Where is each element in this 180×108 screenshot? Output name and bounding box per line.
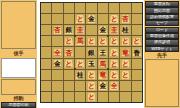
gote-label: 後手: [0, 50, 37, 56]
board-cell[interactable]: と: [86, 81, 96, 91]
board-cell[interactable]: [98, 14, 108, 24]
board-cell[interactable]: と: [132, 36, 142, 46]
board-cell[interactable]: [41, 25, 51, 35]
shogi-piece-と: と: [87, 92, 97, 102]
shogi-piece-金: 金: [87, 14, 97, 24]
board-cell[interactable]: [98, 92, 108, 102]
board-cell[interactable]: [132, 25, 142, 35]
board-cell[interactable]: [98, 3, 108, 13]
board-cell[interactable]: [86, 25, 96, 35]
board-cell[interactable]: と: [64, 36, 74, 46]
hoshi-dot: [74, 68, 76, 70]
shogi-piece-金: 金: [98, 81, 108, 91]
board-cell[interactable]: 金: [98, 81, 108, 91]
board-cell[interactable]: [132, 81, 142, 91]
shogi-piece-と: と: [109, 37, 119, 47]
board-cell[interactable]: 杏: [120, 14, 130, 24]
shogi-piece-全: 全: [53, 48, 63, 58]
board-cell[interactable]: [75, 81, 85, 91]
board-cell[interactable]: [41, 14, 51, 24]
shogi-piece-と: と: [109, 14, 119, 24]
board-cell[interactable]: [132, 14, 142, 24]
shogi-piece-銀: 銀: [64, 25, 74, 35]
board-cell[interactable]: と: [120, 36, 130, 46]
board-cell[interactable]: と: [120, 70, 130, 80]
board-cell[interactable]: [52, 36, 62, 46]
gote-hand-box[interactable]: [1, 58, 36, 78]
print-position-button[interactable]: 局面図印刷: [1, 102, 36, 108]
shogi-piece-馬: 馬: [75, 37, 85, 47]
board-cell[interactable]: [86, 3, 96, 13]
board-cell[interactable]: [64, 92, 74, 102]
board-cell[interactable]: [52, 81, 62, 91]
board-cell[interactable]: [64, 81, 74, 91]
board-cell[interactable]: 圭: [75, 25, 85, 35]
board-cell[interactable]: [75, 3, 85, 13]
board-cell[interactable]: と: [75, 59, 85, 69]
shogi-piece-と: と: [75, 14, 85, 24]
board-cell[interactable]: と: [109, 36, 119, 46]
shogi-piece-と: と: [87, 37, 97, 47]
shogi-board: と金と杏杏銀圭金圭桂と馬ととととと全杏銀王と竜香金とと玉馬とと桂と竜ととと金全と: [40, 2, 143, 103]
board-cell[interactable]: と: [109, 59, 119, 69]
shogi-piece-と: と: [109, 48, 119, 58]
gote-panel: 後手 持駒 局面図印刷: [0, 0, 37, 108]
board-cell[interactable]: [52, 92, 62, 102]
shogi-piece-桂: 桂: [121, 25, 131, 35]
board-cell[interactable]: 銀: [86, 47, 96, 57]
sente-label: 先手: [144, 52, 180, 58]
board-cell[interactable]: [132, 59, 142, 69]
load-button[interactable]: ロード: [145, 27, 179, 33]
board-cell[interactable]: [41, 81, 51, 91]
board-cell[interactable]: [120, 81, 130, 91]
board-cell[interactable]: と: [86, 36, 96, 46]
shogi-piece-竜: 竜: [98, 70, 108, 80]
shogi-piece-竜: 竜: [121, 48, 131, 58]
board-cell[interactable]: と: [109, 47, 119, 57]
board-cell[interactable]: [109, 3, 119, 13]
board-cell[interactable]: と: [109, 70, 119, 80]
shogi-piece-王: 王: [98, 48, 108, 58]
board-cell[interactable]: 銀: [64, 25, 74, 35]
board-cell[interactable]: 馬: [75, 36, 85, 46]
board-cell[interactable]: [41, 47, 51, 57]
board-cell[interactable]: 竜: [98, 70, 108, 80]
board-cell[interactable]: [41, 36, 51, 46]
board-cell[interactable]: と: [120, 59, 130, 69]
shogi-piece-杏: 杏: [64, 48, 74, 58]
shogi-piece-圭: 圭: [75, 25, 85, 35]
shogi-piece-桂: 桂: [75, 70, 85, 80]
shogi-piece-香: 香: [132, 48, 142, 58]
shogi-piece-杏: 杏: [121, 14, 131, 24]
shogi-piece-杏: 杏: [53, 25, 63, 35]
tsume-layout-button[interactable]: 詰め将棋配置: [145, 14, 179, 20]
board-cell[interactable]: [52, 3, 62, 13]
board-cell[interactable]: と: [75, 14, 85, 24]
board-cell[interactable]: [132, 92, 142, 102]
board-cell[interactable]: と: [64, 59, 74, 69]
save-button[interactable]: セーブ: [145, 20, 179, 26]
hoshi-dot: [74, 35, 76, 37]
board-cell[interactable]: [109, 92, 119, 102]
board-cell[interactable]: 金: [86, 14, 96, 24]
shogi-piece-金: 金: [53, 59, 63, 69]
board-cell[interactable]: [41, 70, 51, 80]
shogi-piece-玉: 玉: [87, 59, 97, 69]
board-cell[interactable]: 桂: [120, 25, 130, 35]
board-cell[interactable]: 馬: [98, 59, 108, 69]
shogi-piece-金: 金: [98, 25, 108, 35]
sente-captured-tray[interactable]: [145, 59, 179, 107]
board-cell[interactable]: [120, 92, 130, 102]
board-cell[interactable]: [120, 3, 130, 13]
shogi-piece-馬: 馬: [98, 59, 108, 69]
start-position-button[interactable]: 開始局面: [145, 7, 179, 13]
board-cell[interactable]: [132, 70, 142, 80]
board-cell[interactable]: [52, 70, 62, 80]
shogi-piece-全: 全: [109, 81, 119, 91]
mochigoma-label: 持駒: [0, 95, 37, 101]
board-cell[interactable]: 王: [98, 47, 108, 57]
board-cell[interactable]: [41, 59, 51, 69]
shogi-piece-と: と: [75, 59, 85, 69]
shogi-piece-と: と: [121, 37, 131, 47]
shogi-piece-圭: 圭: [109, 25, 119, 35]
board-cell[interactable]: 玉: [86, 59, 96, 69]
shogi-piece-と: と: [64, 59, 74, 69]
board-cell[interactable]: [41, 92, 51, 102]
shogi-piece-と: と: [121, 70, 131, 80]
board-cell[interactable]: 杏: [64, 47, 74, 57]
board-image-button[interactable]: 盤面画像作成: [145, 33, 179, 39]
board-cell[interactable]: 杏: [52, 25, 62, 35]
board-cell[interactable]: と: [86, 92, 96, 102]
shogi-piece-と: と: [109, 70, 119, 80]
shogi-piece-と: と: [132, 37, 142, 47]
gote-captured-tray[interactable]: [1, 1, 36, 49]
shogi-piece-と: と: [98, 37, 108, 47]
shogi-piece-と: と: [121, 59, 131, 69]
board-grid: と金と杏杏銀圭金圭桂と馬ととととと全杏銀王と竜香金とと玉馬とと桂と竜ととと金全と: [41, 3, 142, 102]
board-cell[interactable]: [52, 14, 62, 24]
board-cell[interactable]: [75, 92, 85, 102]
menu-button-stack: 盤面反転 開始局面 詰め将棋配置 セーブ ロード 盤面画像作成 操作説明 WEB…: [145, 1, 179, 52]
shogi-piece-銀: 銀: [87, 48, 97, 58]
board-cell[interactable]: 竜: [120, 47, 130, 57]
board-cell[interactable]: [64, 14, 74, 24]
board-cell[interactable]: [64, 70, 74, 80]
mochigoma-tray[interactable]: [1, 79, 36, 95]
instructions-button[interactable]: 操作説明: [145, 39, 179, 45]
board-cell[interactable]: 全: [52, 47, 62, 57]
shogi-piece-と: と: [109, 59, 119, 69]
board-cell[interactable]: [132, 3, 142, 13]
board-cell[interactable]: と: [86, 70, 96, 80]
board-cell[interactable]: と: [98, 36, 108, 46]
board-cell[interactable]: と: [109, 14, 119, 24]
shogi-piece-と: と: [87, 70, 97, 80]
board-cell[interactable]: 金: [52, 59, 62, 69]
shogi-piece-と: と: [64, 37, 74, 47]
board-cell[interactable]: 香: [132, 47, 142, 57]
sente-panel: 盤面反転 開始局面 詰め将棋配置 セーブ ロード 盤面画像作成 操作説明 WEB…: [144, 0, 180, 108]
board-cell[interactable]: 金: [98, 25, 108, 35]
board-cell[interactable]: 圭: [109, 25, 119, 35]
board-cell[interactable]: 桂: [75, 70, 85, 80]
flip-board-button[interactable]: 盤面反転: [145, 1, 179, 7]
board-cell[interactable]: 全: [109, 81, 119, 91]
shogi-piece-と: と: [87, 81, 97, 91]
board-cell[interactable]: [41, 3, 51, 13]
board-cell[interactable]: [75, 47, 85, 57]
board-cell[interactable]: [64, 3, 74, 13]
